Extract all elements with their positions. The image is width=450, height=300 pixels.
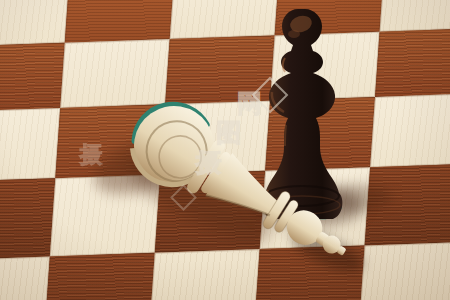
- square-r3c0-dark[interactable]: [0, 178, 55, 260]
- square-r2c0-light[interactable]: [0, 108, 60, 182]
- square-r0c0-light[interactable]: [0, 0, 69, 46]
- white-king-piece[interactable]: [78, 96, 378, 296]
- square-r0c1-dark[interactable]: [65, 0, 174, 43]
- white-king-group: [119, 96, 366, 286]
- square-r2c4-light[interactable]: [370, 93, 450, 167]
- finial-highlight-2: [288, 30, 300, 38]
- square-r0c4-light[interactable]: [380, 0, 450, 32]
- chessboard-photo: 摄 图 网 摄: [0, 0, 450, 300]
- square-r1c4-dark[interactable]: [375, 28, 450, 97]
- square-r1c0-dark[interactable]: [0, 43, 65, 112]
- square-r4c0-light[interactable]: [0, 256, 50, 300]
